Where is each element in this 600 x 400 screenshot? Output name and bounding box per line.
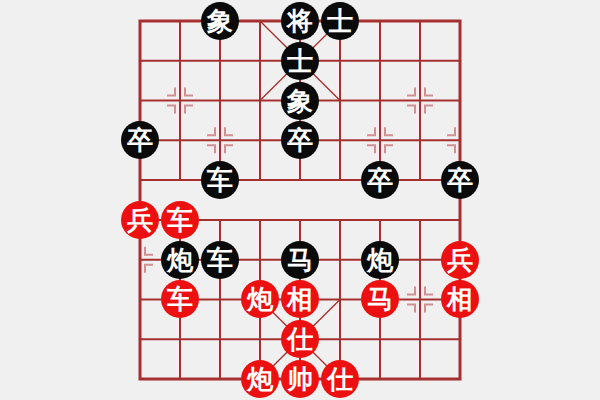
piece-black-cannon[interactable]: 炮 [361,241,399,279]
piece-red-cannon[interactable]: 炮 [241,280,279,318]
xiangqi-board[interactable]: 象将士士象卒卒车卒卒兵车炮车马炮兵车炮相马相仕炮帅仕 [0,0,600,400]
piece-red-general[interactable]: 帅 [281,360,319,398]
piece-red-chariot[interactable]: 车 [161,280,199,318]
piece-black-soldier[interactable]: 卒 [281,121,319,159]
piece-red-advisor[interactable]: 仕 [321,360,359,398]
piece-red-cannon[interactable]: 炮 [241,360,279,398]
piece-black-elephant[interactable]: 象 [281,82,319,120]
piece-black-advisor[interactable]: 士 [281,42,319,80]
piece-red-elephant[interactable]: 相 [441,280,479,318]
pieces-layer: 象将士士象卒卒车卒卒兵车炮车马炮兵车炮相马相仕炮帅仕 [0,0,600,400]
piece-black-soldier[interactable]: 卒 [361,161,399,199]
piece-red-chariot[interactable]: 车 [161,201,199,239]
piece-black-soldier[interactable]: 卒 [441,161,479,199]
piece-red-elephant[interactable]: 相 [281,280,319,318]
piece-red-horse[interactable]: 马 [361,280,399,318]
piece-black-advisor[interactable]: 士 [321,2,359,40]
piece-black-chariot[interactable]: 车 [201,241,239,279]
piece-red-soldier[interactable]: 兵 [441,241,479,279]
piece-red-advisor[interactable]: 仕 [281,320,319,358]
piece-black-elephant[interactable]: 象 [201,2,239,40]
xiangqi-app: 象将士士象卒卒车卒卒兵车炮车马炮兵车炮相马相仕炮帅仕 [0,0,600,400]
piece-black-soldier[interactable]: 卒 [121,121,159,159]
piece-black-horse[interactable]: 马 [281,241,319,279]
piece-red-soldier[interactable]: 兵 [121,201,159,239]
piece-black-cannon[interactable]: 炮 [161,241,199,279]
piece-black-chariot[interactable]: 车 [201,161,239,199]
piece-black-general[interactable]: 将 [281,2,319,40]
